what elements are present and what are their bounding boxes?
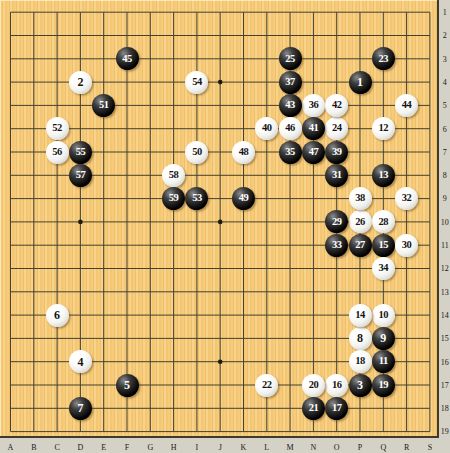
- stone-black-7[interactable]: 7: [69, 397, 92, 420]
- stone-black-37[interactable]: 37: [279, 71, 302, 94]
- stone-white-2[interactable]: 2: [69, 71, 92, 94]
- stone-black-35[interactable]: 35: [279, 141, 302, 164]
- row-label: 18: [441, 404, 449, 413]
- stone-white-18[interactable]: 18: [349, 350, 372, 373]
- stone-white-38[interactable]: 38: [349, 187, 372, 210]
- column-label: J: [219, 443, 222, 452]
- stone-black-15[interactable]: 15: [372, 234, 395, 257]
- row-label: 19: [441, 427, 449, 436]
- stone-black-13[interactable]: 13: [372, 164, 395, 187]
- stone-white-16[interactable]: 16: [325, 374, 348, 397]
- stone-black-49[interactable]: 49: [232, 187, 255, 210]
- go-diagram: ABCDEFGHIJKLMNOPQRS123456789101112131415…: [0, 0, 450, 453]
- stone-white-6[interactable]: 6: [46, 304, 69, 327]
- stone-black-27[interactable]: 27: [349, 234, 372, 257]
- column-label: M: [287, 443, 294, 452]
- stone-white-4[interactable]: 4: [69, 350, 92, 373]
- stone-white-46[interactable]: 46: [279, 117, 302, 140]
- column-label: G: [147, 443, 153, 452]
- row-label: 15: [441, 334, 449, 343]
- stone-black-31[interactable]: 31: [325, 164, 348, 187]
- row-label: 14: [441, 311, 449, 320]
- stone-black-57[interactable]: 57: [69, 164, 92, 187]
- row-label: 13: [441, 288, 449, 297]
- stone-black-43[interactable]: 43: [279, 94, 302, 117]
- stone-black-25[interactable]: 25: [279, 47, 302, 70]
- stone-white-12[interactable]: 12: [372, 117, 395, 140]
- column-label: C: [54, 443, 59, 452]
- row-label: 11: [441, 241, 449, 250]
- row-label: 1: [443, 8, 447, 17]
- column-label: H: [171, 443, 177, 452]
- column-label: F: [125, 443, 130, 452]
- column-label: A: [8, 443, 14, 452]
- stone-white-20[interactable]: 20: [302, 374, 325, 397]
- row-label: 16: [441, 358, 449, 367]
- stone-white-26[interactable]: 26: [349, 210, 372, 233]
- stone-white-44[interactable]: 44: [395, 94, 418, 117]
- stone-white-52[interactable]: 52: [46, 117, 69, 140]
- column-label: N: [311, 443, 317, 452]
- row-label: 5: [443, 101, 447, 110]
- stone-white-8[interactable]: 8: [349, 327, 372, 350]
- stone-white-30[interactable]: 30: [395, 234, 418, 257]
- stone-white-54[interactable]: 54: [185, 71, 208, 94]
- row-label: 12: [441, 264, 449, 273]
- column-label: E: [101, 443, 106, 452]
- stone-black-51[interactable]: 51: [92, 94, 115, 117]
- stone-white-50[interactable]: 50: [185, 141, 208, 164]
- row-label: 4: [443, 78, 447, 87]
- stone-black-19[interactable]: 19: [372, 374, 395, 397]
- stone-black-41[interactable]: 41: [302, 117, 325, 140]
- row-label: 7: [443, 148, 447, 157]
- stone-white-56[interactable]: 56: [46, 141, 69, 164]
- column-label: I: [196, 443, 199, 452]
- column-label: P: [358, 443, 363, 452]
- column-label: K: [241, 443, 247, 452]
- column-label: Q: [380, 443, 386, 452]
- stone-black-55[interactable]: 55: [69, 141, 92, 164]
- column-label: L: [264, 443, 269, 452]
- stone-white-22[interactable]: 22: [255, 374, 278, 397]
- stone-black-33[interactable]: 33: [325, 234, 348, 257]
- column-label: O: [334, 443, 340, 452]
- stone-white-34[interactable]: 34: [372, 257, 395, 280]
- stone-black-45[interactable]: 45: [116, 47, 139, 70]
- stone-white-48[interactable]: 48: [232, 141, 255, 164]
- stone-white-42[interactable]: 42: [325, 94, 348, 117]
- stone-black-9[interactable]: 9: [372, 327, 395, 350]
- row-label: 9: [443, 194, 447, 203]
- column-label: B: [31, 443, 36, 452]
- stone-black-3[interactable]: 3: [349, 374, 372, 397]
- stone-white-10[interactable]: 10: [372, 304, 395, 327]
- stone-white-14[interactable]: 14: [349, 304, 372, 327]
- row-label: 6: [443, 125, 447, 134]
- stone-black-39[interactable]: 39: [325, 141, 348, 164]
- row-label: 8: [443, 171, 447, 180]
- stone-black-5[interactable]: 5: [116, 374, 139, 397]
- stone-black-11[interactable]: 11: [372, 350, 395, 373]
- stone-black-1[interactable]: 1: [349, 71, 372, 94]
- column-label: D: [78, 443, 84, 452]
- stone-black-17[interactable]: 17: [325, 397, 348, 420]
- stone-white-58[interactable]: 58: [162, 164, 185, 187]
- stone-black-21[interactable]: 21: [302, 397, 325, 420]
- column-label: S: [428, 443, 432, 452]
- row-label: 2: [443, 31, 447, 40]
- stone-black-23[interactable]: 23: [372, 47, 395, 70]
- stone-black-47[interactable]: 47: [302, 141, 325, 164]
- row-label: 17: [441, 381, 449, 390]
- row-label: 10: [441, 218, 449, 227]
- row-label: 3: [443, 55, 447, 64]
- column-label: R: [404, 443, 410, 452]
- stone-white-36[interactable]: 36: [302, 94, 325, 117]
